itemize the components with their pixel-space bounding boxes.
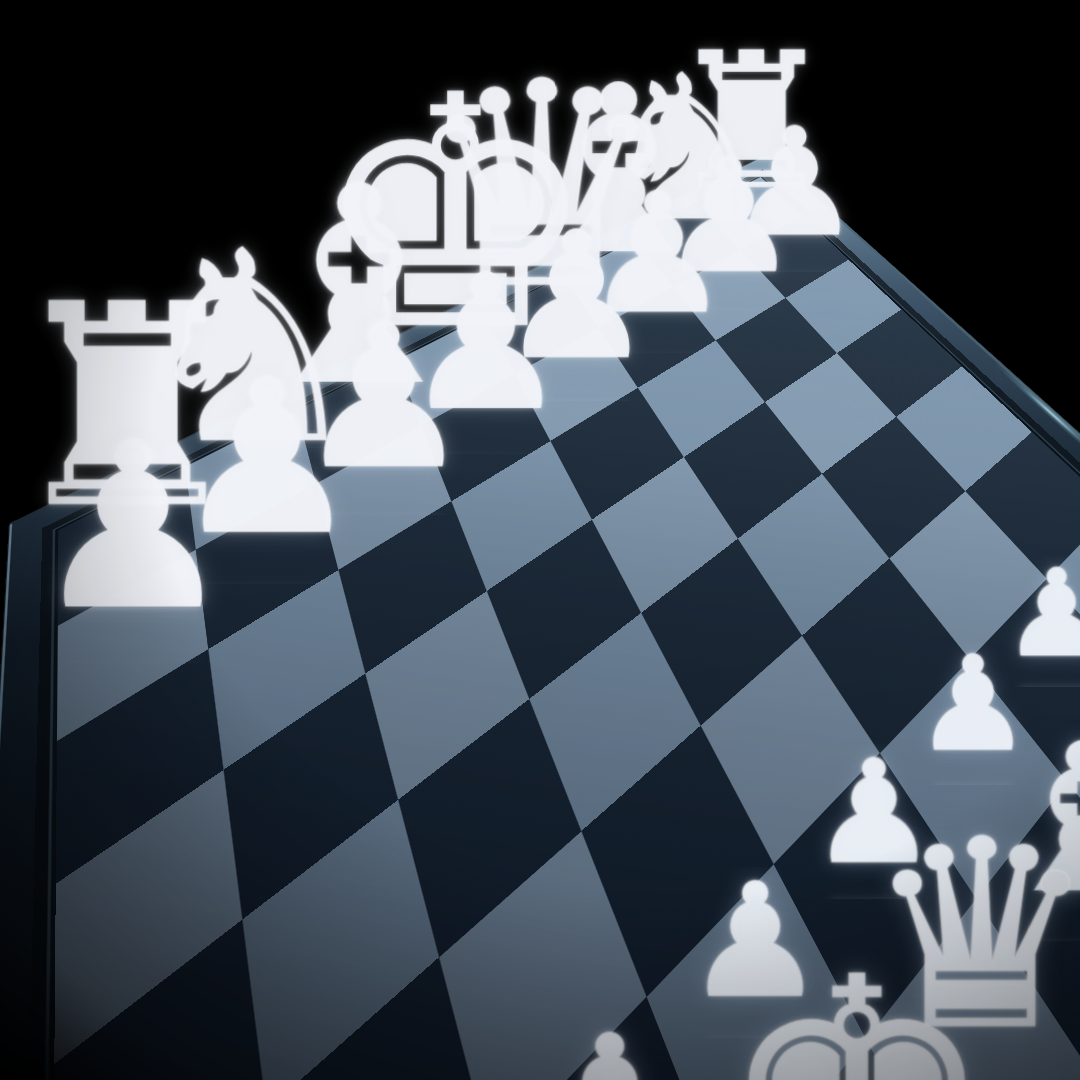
clear-king-e1[interactable]: ♚ (353, 947, 1080, 1080)
chess-board: ♜♞♝♚♛♝♞♜♟♟♟♟♟♟♟♟♟♟♟♟♟♟♟♟♜♞♝♚♛♝♞♜ (0, 154, 1080, 1080)
frosted-pawn-h7[interactable]: ♟ (0, 419, 459, 637)
board-grid: ♜♞♝♚♛♝♞♜♟♟♟♟♟♟♟♟♟♟♟♟♟♟♟♟♜♞♝♚♛♝♞♜ (40, 177, 1080, 1080)
square-e1[interactable]: ♚ (731, 1039, 986, 1080)
glass-chess-photo: ♜♞♝♚♛♝♞♜♟♟♟♟♟♟♟♟♟♟♟♟♟♟♟♟♜♞♝♚♛♝♞♜ (0, 0, 1080, 1080)
perspective-scene: ♜♞♝♚♛♝♞♜♟♟♟♟♟♟♟♟♟♟♟♟♟♟♟♟♜♞♝♚♛♝♞♜ (0, 0, 1080, 1080)
